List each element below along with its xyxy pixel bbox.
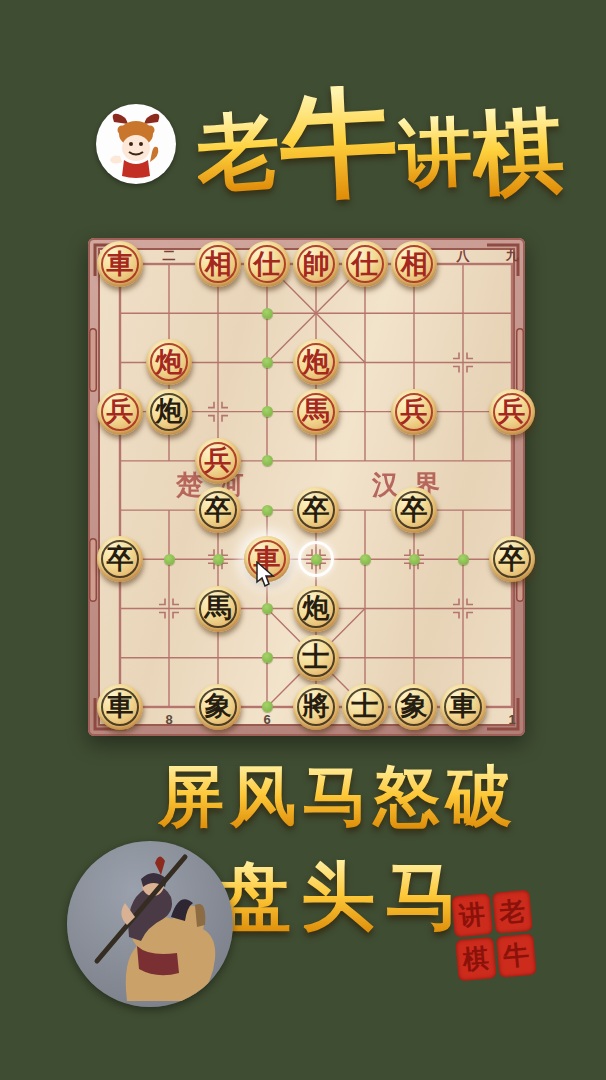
- piece-character: 炮: [303, 349, 330, 376]
- piece-red-elephant[interactable]: 相: [195, 241, 241, 287]
- piece-black-cannon[interactable]: 炮: [293, 586, 339, 632]
- piece-character: 炮: [303, 595, 330, 622]
- seal-char: 讲: [451, 893, 492, 937]
- piece-black-horse[interactable]: 馬: [195, 586, 241, 632]
- title-char: 讲: [397, 115, 474, 192]
- header: 老 牛 讲 棋: [0, 88, 606, 218]
- seal-stamp: 讲 老 棋 牛: [451, 890, 536, 981]
- piece-character: 將: [303, 693, 330, 720]
- piece-character: 車: [450, 693, 477, 720]
- move-hint-dot[interactable]: [262, 652, 273, 663]
- piece-character: 兵: [205, 447, 232, 474]
- piece-black-chariot[interactable]: 車: [440, 684, 486, 730]
- piece-character: 卒: [205, 497, 232, 524]
- piece-character: 炮: [156, 349, 183, 376]
- piece-character: 車: [107, 693, 134, 720]
- seal-char: 棋: [455, 937, 496, 981]
- piece-character: 象: [205, 693, 232, 720]
- piece-red-elephant[interactable]: 相: [391, 241, 437, 287]
- page-title: 老 牛 讲 棋: [180, 88, 580, 218]
- piece-character: 馬: [205, 595, 232, 622]
- file-label-bottom: 6: [263, 711, 270, 726]
- piece-black-pawn[interactable]: 卒: [195, 487, 241, 533]
- move-hint-dot[interactable]: [409, 554, 420, 565]
- piece-character: 炮: [156, 398, 183, 425]
- piece-black-advisor[interactable]: 士: [293, 635, 339, 681]
- mouse-cursor-icon: [255, 561, 277, 589]
- seal-char: 牛: [496, 934, 537, 978]
- page: 老 牛 讲 棋 楚河汉界一二三四五六七八九987654321: [0, 0, 606, 1080]
- move-hint-dot[interactable]: [262, 701, 273, 712]
- move-hint-dot[interactable]: [262, 603, 273, 614]
- piece-black-elephant[interactable]: 象: [195, 684, 241, 730]
- move-hint-dot[interactable]: [262, 505, 273, 516]
- piece-black-pawn[interactable]: 卒: [97, 536, 143, 582]
- move-hint-dot[interactable]: [360, 554, 371, 565]
- piece-character: 相: [401, 251, 428, 278]
- piece-black-advisor[interactable]: 士: [342, 684, 388, 730]
- piece-black-general[interactable]: 將: [293, 684, 339, 730]
- title-char: 棋: [470, 105, 567, 202]
- file-label-top: 九: [506, 247, 519, 265]
- piece-character: 卒: [107, 546, 134, 573]
- piece-character: 象: [401, 693, 428, 720]
- seal-char: 老: [492, 890, 533, 934]
- piece-character: 仕: [352, 251, 379, 278]
- piece-character: 兵: [499, 398, 526, 425]
- frame-groove: [89, 538, 97, 602]
- piece-character: 馬: [303, 398, 330, 425]
- file-label-top: 二: [163, 247, 176, 265]
- piece-character: 相: [205, 251, 232, 278]
- move-hint-dot[interactable]: [164, 554, 175, 565]
- piece-character: 帥: [303, 251, 330, 278]
- piece-black-pawn[interactable]: 卒: [293, 487, 339, 533]
- file-label-bottom: 8: [165, 711, 172, 726]
- move-hint-dot[interactable]: [262, 357, 273, 368]
- piece-character: 車: [107, 251, 134, 278]
- piece-character: 兵: [107, 398, 134, 425]
- rider-avatar: [67, 841, 233, 1007]
- piece-black-chariot[interactable]: 車: [97, 684, 143, 730]
- file-label-bottom: 1: [508, 711, 515, 726]
- move-hint-dot[interactable]: [262, 455, 273, 466]
- frame-groove: [516, 328, 524, 392]
- piece-red-general[interactable]: 帥: [293, 241, 339, 287]
- title-char: 牛: [277, 83, 401, 207]
- piece-red-advisor[interactable]: 仕: [342, 241, 388, 287]
- piece-character: 卒: [499, 546, 526, 573]
- piece-red-advisor[interactable]: 仕: [244, 241, 290, 287]
- piece-red-pawn[interactable]: 兵: [195, 438, 241, 484]
- piece-character: 兵: [401, 398, 428, 425]
- piece-black-pawn[interactable]: 卒: [391, 487, 437, 533]
- piece-character: 士: [352, 693, 379, 720]
- piece-black-cannon[interactable]: 炮: [146, 389, 192, 435]
- ox-logo: [96, 104, 176, 184]
- xiangqi-board[interactable]: 楚河汉界一二三四五六七八九987654321 車 相 仕 帥 仕 相 炮 炮 兵: [98, 248, 515, 726]
- piece-character: 卒: [401, 497, 428, 524]
- piece-character: 仕: [254, 251, 281, 278]
- frame-groove: [89, 328, 97, 392]
- piece-character: 卒: [303, 497, 330, 524]
- board-frame: 楚河汉界一二三四五六七八九987654321 車 相 仕 帥 仕 相 炮 炮 兵: [88, 238, 525, 736]
- move-hint-dot[interactable]: [213, 554, 224, 565]
- piece-black-elephant[interactable]: 象: [391, 684, 437, 730]
- move-hint-dot[interactable]: [262, 406, 273, 417]
- move-hint-dot[interactable]: [262, 308, 273, 319]
- caption-line-1: 屏风马怒破: [0, 752, 606, 842]
- piece-red-pawn[interactable]: 兵: [489, 389, 535, 435]
- piece-red-horse[interactable]: 馬: [293, 389, 339, 435]
- ox-mascot-icon: [96, 104, 176, 184]
- piece-black-pawn[interactable]: 卒: [489, 536, 535, 582]
- move-hint-dot[interactable]: [458, 554, 469, 565]
- piece-character: 士: [303, 644, 330, 671]
- piece-red-pawn[interactable]: 兵: [391, 389, 437, 435]
- file-label-top: 八: [457, 247, 470, 265]
- piece-red-pawn[interactable]: 兵: [97, 389, 143, 435]
- piece-red-chariot[interactable]: 車: [97, 241, 143, 287]
- warrior-on-horse-icon: [67, 841, 233, 1007]
- title-char: 老: [193, 108, 283, 198]
